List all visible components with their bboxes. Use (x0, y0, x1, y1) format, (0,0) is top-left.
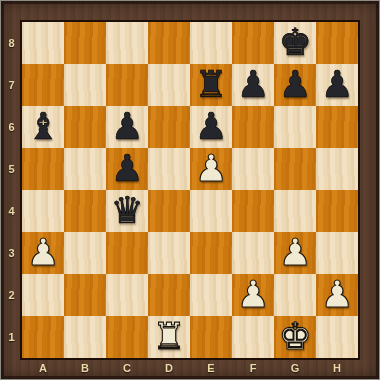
square-f5[interactable] (232, 148, 274, 190)
black-pawn[interactable]: ♟ (194, 106, 227, 148)
square-b7[interactable] (64, 64, 106, 106)
square-a6[interactable]: ♝ (22, 106, 64, 148)
black-pawn[interactable]: ♟ (110, 106, 143, 148)
square-g4[interactable] (274, 190, 316, 232)
square-f8[interactable] (232, 22, 274, 64)
square-g1[interactable]: ♚ (274, 316, 316, 358)
square-b3[interactable] (64, 232, 106, 274)
black-pawn[interactable]: ♟ (236, 64, 269, 106)
square-g6[interactable] (274, 106, 316, 148)
file-label-b: B (64, 358, 106, 380)
square-d8[interactable] (148, 22, 190, 64)
square-c2[interactable] (106, 274, 148, 316)
white-pawn[interactable]: ♟ (236, 274, 269, 316)
square-g2[interactable] (274, 274, 316, 316)
square-g5[interactable] (274, 148, 316, 190)
square-e5[interactable]: ♟ (190, 148, 232, 190)
square-b4[interactable] (64, 190, 106, 232)
square-f7[interactable]: ♟ (232, 64, 274, 106)
square-a8[interactable] (22, 22, 64, 64)
square-h6[interactable] (316, 106, 358, 148)
square-e6[interactable]: ♟ (190, 106, 232, 148)
black-bishop[interactable]: ♝ (26, 106, 59, 148)
square-h1[interactable] (316, 316, 358, 358)
square-d7[interactable] (148, 64, 190, 106)
rank-label-1: 1 (1, 316, 22, 358)
square-f4[interactable] (232, 190, 274, 232)
file-label-c: C (106, 358, 148, 380)
square-b2[interactable] (64, 274, 106, 316)
square-a2[interactable] (22, 274, 64, 316)
square-d4[interactable] (148, 190, 190, 232)
square-c3[interactable] (106, 232, 148, 274)
square-f2[interactable]: ♟ (232, 274, 274, 316)
file-label-e: E (190, 358, 232, 380)
square-a5[interactable] (22, 148, 64, 190)
square-f3[interactable] (232, 232, 274, 274)
white-rook[interactable]: ♜ (152, 316, 185, 358)
square-h7[interactable]: ♟ (316, 64, 358, 106)
square-d5[interactable] (148, 148, 190, 190)
square-b8[interactable] (64, 22, 106, 64)
file-label-a: A (22, 358, 64, 380)
black-king[interactable]: ♚ (278, 22, 311, 64)
square-h4[interactable] (316, 190, 358, 232)
square-h8[interactable] (316, 22, 358, 64)
square-h2[interactable]: ♟ (316, 274, 358, 316)
rank-label-5: 5 (1, 148, 22, 190)
square-c4[interactable]: ♛ (106, 190, 148, 232)
square-e7[interactable]: ♜ (190, 64, 232, 106)
square-b5[interactable] (64, 148, 106, 190)
black-pawn[interactable]: ♟ (320, 64, 353, 106)
square-e3[interactable] (190, 232, 232, 274)
white-pawn[interactable]: ♟ (26, 232, 59, 274)
file-labels: ABCDEFGH (22, 358, 358, 380)
rank-label-7: 7 (1, 64, 22, 106)
square-e8[interactable] (190, 22, 232, 64)
square-e4[interactable] (190, 190, 232, 232)
square-b1[interactable] (64, 316, 106, 358)
square-a7[interactable] (22, 64, 64, 106)
file-label-d: D (148, 358, 190, 380)
square-h5[interactable] (316, 148, 358, 190)
square-c7[interactable] (106, 64, 148, 106)
black-pawn[interactable]: ♟ (110, 148, 143, 190)
square-h3[interactable] (316, 232, 358, 274)
rank-label-3: 3 (1, 232, 22, 274)
square-a3[interactable]: ♟ (22, 232, 64, 274)
white-pawn[interactable]: ♟ (194, 148, 227, 190)
white-king[interactable]: ♚ (278, 316, 311, 358)
black-queen[interactable]: ♛ (110, 190, 143, 232)
square-g8[interactable]: ♚ (274, 22, 316, 64)
square-c1[interactable] (106, 316, 148, 358)
square-f1[interactable] (232, 316, 274, 358)
square-c6[interactable]: ♟ (106, 106, 148, 148)
square-d2[interactable] (148, 274, 190, 316)
square-a4[interactable] (22, 190, 64, 232)
rank-label-6: 6 (1, 106, 22, 148)
chess-board-frame: 87654321 ABCDEFGH ♚♜♟♟♟♝♟♟♟♟♛♟♟♟♟♜♚ (0, 0, 380, 380)
black-rook[interactable]: ♜ (194, 64, 227, 106)
square-b6[interactable] (64, 106, 106, 148)
square-e2[interactable] (190, 274, 232, 316)
file-label-h: H (316, 358, 358, 380)
rank-labels: 87654321 (1, 22, 22, 358)
rank-label-4: 4 (1, 190, 22, 232)
square-d6[interactable] (148, 106, 190, 148)
file-label-f: F (232, 358, 274, 380)
square-c5[interactable]: ♟ (106, 148, 148, 190)
square-d3[interactable] (148, 232, 190, 274)
white-pawn[interactable]: ♟ (320, 274, 353, 316)
square-g7[interactable]: ♟ (274, 64, 316, 106)
square-a1[interactable] (22, 316, 64, 358)
black-pawn[interactable]: ♟ (278, 64, 311, 106)
rank-label-8: 8 (1, 22, 22, 64)
rank-label-2: 2 (1, 274, 22, 316)
file-label-g: G (274, 358, 316, 380)
white-pawn[interactable]: ♟ (278, 232, 311, 274)
square-c8[interactable] (106, 22, 148, 64)
square-e1[interactable] (190, 316, 232, 358)
square-g3[interactable]: ♟ (274, 232, 316, 274)
chess-board: ♚♜♟♟♟♝♟♟♟♟♛♟♟♟♟♜♚ (22, 22, 358, 358)
square-f6[interactable] (232, 106, 274, 148)
square-d1[interactable]: ♜ (148, 316, 190, 358)
